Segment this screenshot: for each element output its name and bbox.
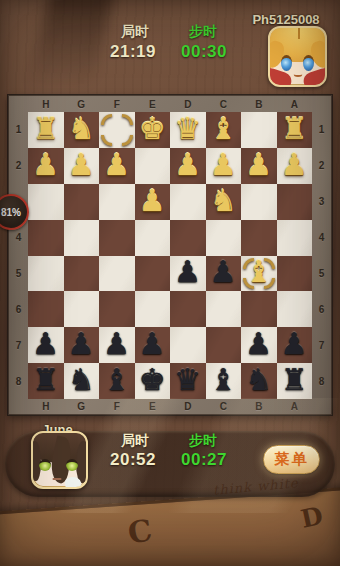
square-a5[interactable] xyxy=(277,256,313,292)
square-b1[interactable] xyxy=(241,112,277,148)
file-label-c: C xyxy=(206,96,242,112)
board-frame-corner xyxy=(312,399,331,414)
square-e3[interactable]: ♟ xyxy=(135,184,171,220)
file-label-b: B xyxy=(241,399,277,414)
square-e6[interactable] xyxy=(135,291,171,327)
opponent-name: Ph5125008 xyxy=(236,12,336,27)
square-h6[interactable] xyxy=(28,291,64,327)
white-pawn: ♟ xyxy=(103,150,130,180)
square-c1[interactable]: ♝ xyxy=(206,112,242,148)
file-label-f: F xyxy=(99,96,135,112)
square-g8[interactable]: ♞ xyxy=(64,363,100,399)
square-f8[interactable]: ♝ xyxy=(99,363,135,399)
square-g4[interactable] xyxy=(64,220,100,256)
square-b4[interactable] xyxy=(241,220,277,256)
square-a7[interactable]: ♟ xyxy=(277,327,313,363)
file-label-c: C xyxy=(206,399,242,414)
square-b6[interactable] xyxy=(241,291,277,327)
rank-label-6: 6 xyxy=(312,291,331,327)
black-queen: ♛ xyxy=(174,365,201,395)
black-pawn: ♟ xyxy=(68,329,95,359)
square-c6[interactable] xyxy=(206,291,242,327)
black-pawn: ♟ xyxy=(210,257,237,287)
file-label-g: G xyxy=(64,96,100,112)
square-a1[interactable]: ♜ xyxy=(277,112,313,148)
square-h7[interactable]: ♟ xyxy=(28,327,64,363)
square-e2[interactable] xyxy=(135,148,171,184)
file-label-h: H xyxy=(28,96,64,112)
square-d2[interactable]: ♟ xyxy=(170,148,206,184)
rank-label-3: 3 xyxy=(312,184,331,220)
file-label-d: D xyxy=(170,96,206,112)
square-d4[interactable] xyxy=(170,220,206,256)
menu-button[interactable]: 菜单 xyxy=(263,445,320,474)
bottom-game-time-label: 局时 xyxy=(112,432,158,450)
rank-label-8: 8 xyxy=(312,363,331,399)
white-pawn: ♟ xyxy=(174,150,201,180)
chess-app-screen: 局时 21:19 步时 00:30 Ph5125008 HGFEDCBA1♜♞♚… xyxy=(0,0,340,566)
file-label-a: A xyxy=(277,96,313,112)
black-king: ♚ xyxy=(139,365,166,395)
board-frame-corner xyxy=(9,399,28,414)
square-g5[interactable] xyxy=(64,256,100,292)
last-move-marker xyxy=(101,114,133,146)
square-f5[interactable] xyxy=(99,256,135,292)
square-d8[interactable]: ♛ xyxy=(170,363,206,399)
square-c3[interactable]: ♞ xyxy=(206,184,242,220)
file-label-e: E xyxy=(135,399,171,414)
square-g6[interactable] xyxy=(64,291,100,327)
white-rook: ♜ xyxy=(281,114,308,144)
white-pawn: ♟ xyxy=(32,150,59,180)
black-pawn: ♟ xyxy=(174,257,201,287)
player-avatar xyxy=(31,431,88,489)
square-a8[interactable]: ♜ xyxy=(277,363,313,399)
square-d7[interactable] xyxy=(170,327,206,363)
white-pawn: ♟ xyxy=(210,150,237,180)
rank-label-5: 5 xyxy=(312,256,331,292)
square-g7[interactable]: ♟ xyxy=(64,327,100,363)
bottom-game-time: 20:52 xyxy=(98,450,168,470)
square-h1[interactable]: ♜ xyxy=(28,112,64,148)
black-pawn: ♟ xyxy=(139,329,166,359)
white-bishop: ♝ xyxy=(245,257,272,287)
opponent-avatar xyxy=(268,26,327,87)
square-h4[interactable] xyxy=(28,220,64,256)
white-rook: ♜ xyxy=(32,114,59,144)
square-c5[interactable]: ♟ xyxy=(206,256,242,292)
rank-label-2: 2 xyxy=(312,148,331,184)
square-c4[interactable] xyxy=(206,220,242,256)
network-quality-value: 81% xyxy=(1,207,21,218)
file-label-b: B xyxy=(241,96,277,112)
white-knight: ♞ xyxy=(68,114,95,144)
square-c8[interactable]: ♝ xyxy=(206,363,242,399)
square-f3[interactable] xyxy=(99,184,135,220)
square-a3[interactable] xyxy=(277,184,313,220)
square-h3[interactable] xyxy=(28,184,64,220)
file-label-g: G xyxy=(64,399,100,414)
file-label-h: H xyxy=(28,399,64,414)
black-rook: ♜ xyxy=(281,365,308,395)
board-frame-corner xyxy=(9,96,28,112)
square-e1[interactable]: ♚ xyxy=(135,112,171,148)
square-f1[interactable] xyxy=(99,112,135,148)
wood-plank xyxy=(0,485,340,566)
rank-label-5: 5 xyxy=(9,256,28,292)
square-e5[interactable] xyxy=(135,256,171,292)
black-knight: ♞ xyxy=(68,365,95,395)
board-frame-corner xyxy=(312,96,331,112)
black-rook: ♜ xyxy=(32,365,59,395)
avatar-eye xyxy=(39,459,51,471)
top-move-time: 00:30 xyxy=(172,42,236,62)
square-f6[interactable] xyxy=(99,291,135,327)
square-h2[interactable]: ♟ xyxy=(28,148,64,184)
black-pawn: ♟ xyxy=(245,329,272,359)
top-game-time-label: 局时 xyxy=(112,23,158,41)
black-bishop: ♝ xyxy=(103,365,130,395)
black-bishop: ♝ xyxy=(210,365,237,395)
rank-label-1: 1 xyxy=(9,112,28,148)
square-e7[interactable]: ♟ xyxy=(135,327,171,363)
rank-label-2: 2 xyxy=(9,148,28,184)
square-f7[interactable]: ♟ xyxy=(99,327,135,363)
white-bishop: ♝ xyxy=(210,114,237,144)
bottom-move-time-label: 步时 xyxy=(180,432,226,450)
white-pawn: ♟ xyxy=(281,150,308,180)
square-f4[interactable] xyxy=(99,220,135,256)
white-pawn: ♟ xyxy=(139,186,166,216)
white-pawn: ♟ xyxy=(245,150,272,180)
file-label-a: A xyxy=(277,399,313,414)
file-label-d: D xyxy=(170,399,206,414)
avatar-mouth xyxy=(293,71,302,77)
top-game-time: 21:19 xyxy=(98,42,168,62)
white-queen: ♛ xyxy=(174,114,201,144)
rank-label-8: 8 xyxy=(9,363,28,399)
rank-label-6: 6 xyxy=(9,291,28,327)
square-c2[interactable]: ♟ xyxy=(206,148,242,184)
square-f2[interactable]: ♟ xyxy=(99,148,135,184)
square-d3[interactable] xyxy=(170,184,206,220)
white-pawn: ♟ xyxy=(68,150,95,180)
square-a6[interactable] xyxy=(277,291,313,327)
square-e4[interactable] xyxy=(135,220,171,256)
avatar-hair-lock xyxy=(76,441,88,483)
black-pawn: ♟ xyxy=(281,329,308,359)
square-b2[interactable]: ♟ xyxy=(241,148,277,184)
file-label-f: F xyxy=(99,399,135,414)
black-knight: ♞ xyxy=(245,365,272,395)
square-a2[interactable]: ♟ xyxy=(277,148,313,184)
avatar-hair-part xyxy=(298,28,300,39)
square-b3[interactable] xyxy=(241,184,277,220)
rank-label-4: 4 xyxy=(312,220,331,256)
square-d6[interactable] xyxy=(170,291,206,327)
black-pawn: ♟ xyxy=(103,329,130,359)
bottom-move-time: 00:27 xyxy=(172,450,236,470)
square-a4[interactable] xyxy=(277,220,313,256)
square-d1[interactable]: ♛ xyxy=(170,112,206,148)
avatar-eye xyxy=(303,55,314,71)
square-h5[interactable] xyxy=(28,256,64,292)
avatar-eye xyxy=(281,55,292,71)
rank-label-1: 1 xyxy=(312,112,331,148)
avatar-eye xyxy=(66,459,78,471)
white-knight: ♞ xyxy=(210,186,237,216)
square-c7[interactable] xyxy=(206,327,242,363)
rank-label-7: 7 xyxy=(9,327,28,363)
square-b8[interactable]: ♞ xyxy=(241,363,277,399)
black-pawn: ♟ xyxy=(32,329,59,359)
avatar-mouth xyxy=(53,478,62,480)
square-h8[interactable]: ♜ xyxy=(28,363,64,399)
top-move-time-label: 步时 xyxy=(180,23,226,41)
square-g1[interactable]: ♞ xyxy=(64,112,100,148)
square-g2[interactable]: ♟ xyxy=(64,148,100,184)
square-g3[interactable] xyxy=(64,184,100,220)
board-frame: HGFEDCBA1♜♞♚♛♝♜12♟♟♟♟♟♟♟23♟♞3445♟♟♝5667♟… xyxy=(8,95,332,415)
white-king: ♚ xyxy=(139,114,166,144)
rank-label-7: 7 xyxy=(312,327,331,363)
square-b7[interactable]: ♟ xyxy=(241,327,277,363)
square-d5[interactable]: ♟ xyxy=(170,256,206,292)
square-b5[interactable]: ♝ xyxy=(241,256,277,292)
file-label-e: E xyxy=(135,96,171,112)
square-e8[interactable]: ♚ xyxy=(135,363,171,399)
